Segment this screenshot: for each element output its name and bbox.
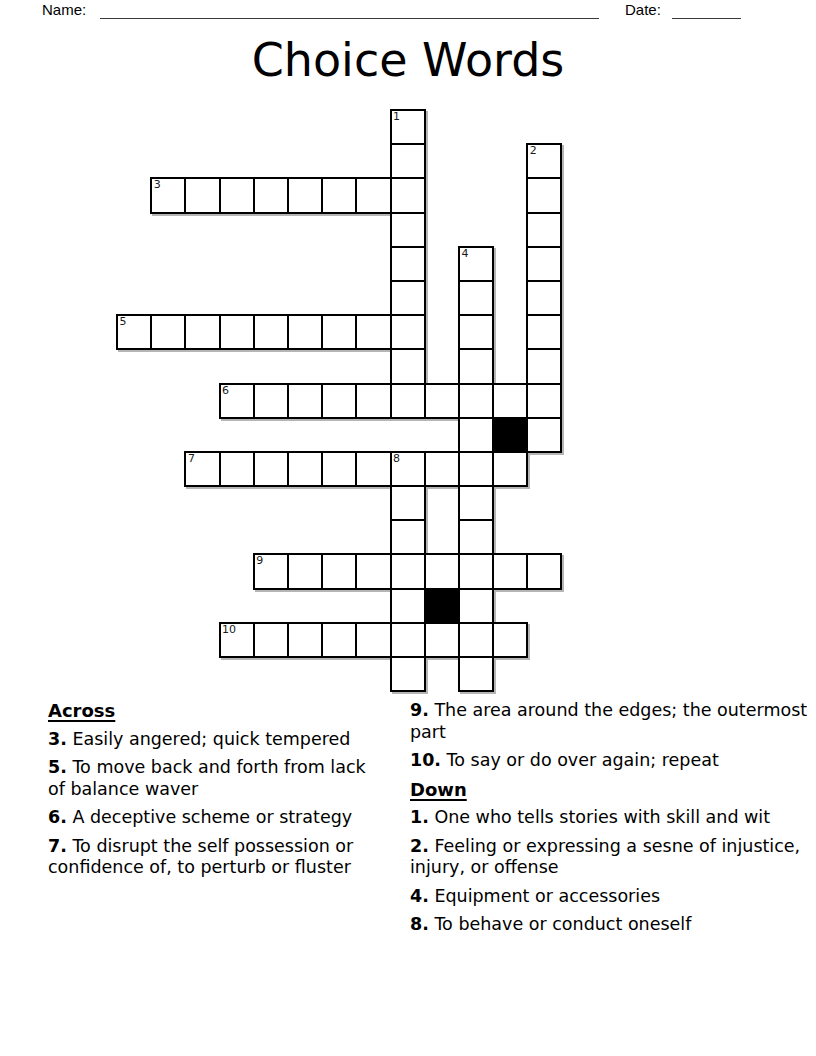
cell-r8c6[interactable] xyxy=(321,383,357,419)
across-clues-list-2: 9. The area around the edges; the outerm… xyxy=(410,700,810,772)
cell-number-6: 6 xyxy=(222,385,229,397)
clue-number-label: 1. xyxy=(410,807,429,827)
clue-number-label: 10. xyxy=(410,750,441,770)
cell-number-7: 7 xyxy=(188,453,195,465)
cell-r13c7[interactable] xyxy=(355,553,391,589)
black-cell-r14c9 xyxy=(424,588,460,624)
cell-r13c4[interactable]: 9 xyxy=(253,553,289,589)
clue-across-9: 9. The area around the edges; the outerm… xyxy=(410,700,810,743)
cell-r11c10[interactable] xyxy=(458,485,494,521)
clue-down-8: 8. To behave or conduct oneself xyxy=(410,914,810,936)
cell-number-3: 3 xyxy=(154,179,161,191)
cell-r10c8[interactable]: 8 xyxy=(390,451,426,487)
cell-r0c8[interactable]: 1 xyxy=(390,109,426,145)
cell-r14c10[interactable] xyxy=(458,588,494,624)
cell-r15c4[interactable] xyxy=(253,622,289,658)
cell-r2c4[interactable] xyxy=(253,177,289,213)
cell-r6c8[interactable] xyxy=(390,314,426,350)
cell-r14c8[interactable] xyxy=(390,588,426,624)
clue-text: One who tells stories with skill and wit xyxy=(429,807,770,827)
down-heading: Down xyxy=(410,779,810,801)
cell-r6c7[interactable] xyxy=(355,314,391,350)
cell-r10c3[interactable] xyxy=(219,451,255,487)
clue-text: The area around the edges; the outermost… xyxy=(410,700,807,742)
cell-r12c8[interactable] xyxy=(390,519,426,555)
cell-number-4: 4 xyxy=(461,248,468,260)
clue-across-3: 3. Easily angered; quick tempered xyxy=(48,729,366,751)
cell-number-5: 5 xyxy=(120,316,127,328)
cell-r15c10[interactable] xyxy=(458,622,494,658)
cell-r10c7[interactable] xyxy=(355,451,391,487)
date-fill-line[interactable] xyxy=(672,2,741,19)
cell-r5c10[interactable] xyxy=(458,280,494,316)
cell-r10c11[interactable] xyxy=(492,451,528,487)
cell-r1c12[interactable]: 2 xyxy=(526,143,562,179)
cell-r6c0[interactable]: 5 xyxy=(116,314,152,350)
cell-r2c7[interactable] xyxy=(355,177,391,213)
cell-r2c8[interactable] xyxy=(390,177,426,213)
down-clues-list: 1. One who tells stories with skill and … xyxy=(410,807,810,936)
cell-r4c8[interactable] xyxy=(390,246,426,282)
clue-number-label: 5. xyxy=(48,757,67,777)
clue-across-6: 6. A deceptive scheme or strategy xyxy=(48,807,366,829)
clue-number-label: 6. xyxy=(48,807,67,827)
cell-r10c4[interactable] xyxy=(253,451,289,487)
date-label: Date: xyxy=(625,1,661,19)
clue-text: To behave or conduct oneself xyxy=(429,914,692,934)
cell-r9c10[interactable] xyxy=(458,417,494,453)
cell-r6c5[interactable] xyxy=(287,314,323,350)
cell-r5c8[interactable] xyxy=(390,280,426,316)
cell-r15c7[interactable] xyxy=(355,622,391,658)
cell-r10c10[interactable] xyxy=(458,451,494,487)
clues-left-column: Across 3. Easily angered; quick tempered… xyxy=(48,700,366,886)
cell-r10c6[interactable] xyxy=(321,451,357,487)
page-title: Choice Words xyxy=(0,33,816,87)
cell-r8c12[interactable] xyxy=(526,383,562,419)
cell-r9c12[interactable] xyxy=(526,417,562,453)
clue-down-4: 4. Equipment or accessories xyxy=(410,886,810,908)
cell-r13c11[interactable] xyxy=(492,553,528,589)
cell-r8c11[interactable] xyxy=(492,383,528,419)
cell-r15c5[interactable] xyxy=(287,622,323,658)
black-cell-r9c11 xyxy=(492,417,528,453)
cell-number-10: 10 xyxy=(222,624,236,636)
cell-r8c7[interactable] xyxy=(355,383,391,419)
cell-r6c10[interactable] xyxy=(458,314,494,350)
across-clues-list-1: 3. Easily angered; quick tempered5. To m… xyxy=(48,729,366,879)
cell-r6c2[interactable] xyxy=(184,314,220,350)
cell-r8c8[interactable] xyxy=(390,383,426,419)
cell-r15c11[interactable] xyxy=(492,622,528,658)
cell-r3c8[interactable] xyxy=(390,212,426,248)
cell-r13c8[interactable] xyxy=(390,553,426,589)
cell-r6c3[interactable] xyxy=(219,314,255,350)
clue-down-2: 2. Feeling or expressing a sesne of inju… xyxy=(410,836,810,879)
cell-number-8: 8 xyxy=(393,453,400,465)
cell-r6c1[interactable] xyxy=(150,314,186,350)
clue-across-5: 5. To move back and forth from lack of b… xyxy=(48,757,366,800)
clue-across-7: 7. To disrupt the self possession or con… xyxy=(48,836,366,879)
cell-r2c5[interactable] xyxy=(287,177,323,213)
cell-r3c12[interactable] xyxy=(526,212,562,248)
clue-text: To move back and forth from lack of bala… xyxy=(48,757,366,799)
cell-r2c3[interactable] xyxy=(219,177,255,213)
cell-r8c10[interactable] xyxy=(458,383,494,419)
cell-r10c9[interactable] xyxy=(424,451,460,487)
clue-number-label: 4. xyxy=(410,886,429,906)
cell-r7c10[interactable] xyxy=(458,348,494,384)
clue-number-label: 7. xyxy=(48,836,67,856)
cell-r2c6[interactable] xyxy=(321,177,357,213)
cell-r2c12[interactable] xyxy=(526,177,562,213)
cell-r16c10[interactable] xyxy=(458,656,494,692)
cell-r6c12[interactable] xyxy=(526,314,562,350)
cell-number-2: 2 xyxy=(530,145,537,157)
clue-text: To say or do over again; repeat xyxy=(441,750,719,770)
cell-r12c10[interactable] xyxy=(458,519,494,555)
cell-r7c12[interactable] xyxy=(526,348,562,384)
clue-text: Easily angered; quick tempered xyxy=(67,729,351,749)
clue-number-label: 2. xyxy=(410,836,429,856)
clue-number-label: 9. xyxy=(410,700,429,720)
cell-r2c1[interactable]: 3 xyxy=(150,177,186,213)
cell-r2c2[interactable] xyxy=(184,177,220,213)
clues-right-column: 9. The area around the edges; the outerm… xyxy=(410,700,810,943)
cell-r16c8[interactable] xyxy=(390,656,426,692)
cell-r4c12[interactable] xyxy=(526,246,562,282)
clue-text: Feeling or expressing a sesne of injusti… xyxy=(410,836,800,878)
cell-r5c12[interactable] xyxy=(526,280,562,316)
across-heading: Across xyxy=(48,700,366,722)
cell-number-9: 9 xyxy=(256,555,263,567)
clue-text: A deceptive scheme or strategy xyxy=(67,807,352,827)
cell-r7c8[interactable] xyxy=(390,348,426,384)
cell-r1c8[interactable] xyxy=(390,143,426,179)
cell-r6c6[interactable] xyxy=(321,314,357,350)
cell-r13c5[interactable] xyxy=(287,553,323,589)
clue-across-10: 10. To say or do over again; repeat xyxy=(410,750,810,772)
name-label: Name: xyxy=(42,1,86,19)
cell-r10c5[interactable] xyxy=(287,451,323,487)
cell-r15c6[interactable] xyxy=(321,622,357,658)
cell-r11c8[interactable] xyxy=(390,485,426,521)
cell-r13c10[interactable] xyxy=(458,553,494,589)
cell-r10c2[interactable]: 7 xyxy=(184,451,220,487)
cell-r8c5[interactable] xyxy=(287,383,323,419)
cell-r8c3[interactable]: 6 xyxy=(219,383,255,419)
clue-down-1: 1. One who tells stories with skill and … xyxy=(410,807,810,829)
clue-number-label: 3. xyxy=(48,729,67,749)
cell-r13c9[interactable] xyxy=(424,553,460,589)
cell-number-1: 1 xyxy=(393,111,400,123)
cell-r13c6[interactable] xyxy=(321,553,357,589)
cell-r6c4[interactable] xyxy=(253,314,289,350)
clue-text: Equipment or accessories xyxy=(429,886,660,906)
cell-r4c10[interactable]: 4 xyxy=(458,246,494,282)
crossword-grid: 12345678910 xyxy=(117,110,561,691)
name-fill-line[interactable] xyxy=(100,2,599,19)
cell-r8c4[interactable] xyxy=(253,383,289,419)
worksheet-page: Name: Date: Choice Words 12345678910 Acr… xyxy=(0,0,816,1056)
cell-r13c12[interactable] xyxy=(526,553,562,589)
cell-r15c3[interactable]: 10 xyxy=(219,622,255,658)
clue-number-label: 8. xyxy=(410,914,429,934)
cell-r15c8[interactable] xyxy=(390,622,426,658)
cell-r8c9[interactable] xyxy=(424,383,460,419)
cell-r15c9[interactable] xyxy=(424,622,460,658)
clue-text: To disrupt the self possession or confid… xyxy=(48,836,353,878)
